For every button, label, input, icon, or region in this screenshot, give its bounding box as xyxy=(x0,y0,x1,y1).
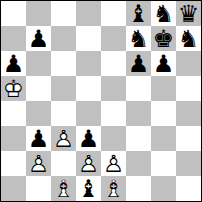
square-g6[interactable]: ♟ xyxy=(151,51,176,76)
square-b2[interactable]: ♟♙ xyxy=(26,151,51,176)
piece-solid: ♟ xyxy=(76,126,101,151)
square-d5[interactable] xyxy=(76,76,101,101)
square-c6[interactable] xyxy=(51,51,76,76)
square-b6[interactable] xyxy=(26,51,51,76)
square-a3[interactable] xyxy=(1,126,26,151)
piece-black-bishop-icon: ♝ xyxy=(126,1,151,26)
square-f6[interactable]: ♟ xyxy=(126,51,151,76)
piece-black-pawn-icon: ♟ xyxy=(26,26,51,51)
piece-solid: ♝ xyxy=(76,176,101,201)
square-a2[interactable] xyxy=(1,151,26,176)
piece-solid: ♞ xyxy=(126,26,151,51)
piece-solid: ♚ xyxy=(151,26,176,51)
square-h4[interactable] xyxy=(176,101,201,126)
square-d6[interactable] xyxy=(76,51,101,76)
square-e7[interactable] xyxy=(101,26,126,51)
piece-white-king-icon: ♚♔ xyxy=(1,76,26,101)
piece-outline: ♙ xyxy=(101,151,126,176)
square-h7[interactable]: ♞ xyxy=(176,26,201,51)
square-f8[interactable]: ♝ xyxy=(126,1,151,26)
square-a7[interactable] xyxy=(1,26,26,51)
square-b8[interactable] xyxy=(26,1,51,26)
square-e2[interactable]: ♟♙ xyxy=(101,151,126,176)
square-c4[interactable] xyxy=(51,101,76,126)
chess-board: ♝♞♛♟♞♚♞♟♟♟♚♔♟♟♙♟♟♙♟♙♟♙♝♗♝♝♗ xyxy=(0,0,202,202)
square-a8[interactable] xyxy=(1,1,26,26)
square-d1[interactable]: ♝ xyxy=(76,176,101,201)
square-e5[interactable] xyxy=(101,76,126,101)
square-g5[interactable] xyxy=(151,76,176,101)
piece-solid: ♝ xyxy=(126,1,151,26)
piece-black-knight-icon: ♞ xyxy=(176,26,201,51)
square-e8[interactable] xyxy=(101,1,126,26)
piece-solid: ♟ xyxy=(26,26,51,51)
piece-black-pawn-icon: ♟ xyxy=(1,51,26,76)
square-f4[interactable] xyxy=(126,101,151,126)
piece-white-pawn-icon: ♟♙ xyxy=(26,151,51,176)
square-b5[interactable] xyxy=(26,76,51,101)
piece-outline: ♙ xyxy=(26,151,51,176)
square-a4[interactable] xyxy=(1,101,26,126)
square-a1[interactable] xyxy=(1,176,26,201)
square-c1[interactable]: ♝♗ xyxy=(51,176,76,201)
piece-white-pawn-icon: ♟♙ xyxy=(101,151,126,176)
square-e4[interactable] xyxy=(101,101,126,126)
square-d7[interactable] xyxy=(76,26,101,51)
square-g7[interactable]: ♚ xyxy=(151,26,176,51)
square-g8[interactable]: ♞ xyxy=(151,1,176,26)
piece-black-king-icon: ♚ xyxy=(151,26,176,51)
piece-outline: ♗ xyxy=(101,176,126,201)
square-h5[interactable] xyxy=(176,76,201,101)
square-h2[interactable] xyxy=(176,151,201,176)
piece-solid: ♞ xyxy=(151,1,176,26)
piece-black-bishop-icon: ♝ xyxy=(76,176,101,201)
piece-outline: ♙ xyxy=(51,126,76,151)
piece-solid: ♟ xyxy=(1,51,26,76)
square-a6[interactable]: ♟ xyxy=(1,51,26,76)
piece-black-knight-icon: ♞ xyxy=(151,1,176,26)
square-f1[interactable] xyxy=(126,176,151,201)
square-c7[interactable] xyxy=(51,26,76,51)
square-h8[interactable]: ♛ xyxy=(176,1,201,26)
square-b1[interactable] xyxy=(26,176,51,201)
piece-outline: ♗ xyxy=(51,176,76,201)
square-h3[interactable] xyxy=(176,126,201,151)
piece-black-pawn-icon: ♟ xyxy=(126,51,151,76)
square-d2[interactable]: ♟♙ xyxy=(76,151,101,176)
piece-black-knight-icon: ♞ xyxy=(126,26,151,51)
square-e6[interactable] xyxy=(101,51,126,76)
square-g2[interactable] xyxy=(151,151,176,176)
square-h6[interactable] xyxy=(176,51,201,76)
piece-white-bishop-icon: ♝♗ xyxy=(101,176,126,201)
square-f2[interactable] xyxy=(126,151,151,176)
square-g4[interactable] xyxy=(151,101,176,126)
square-d4[interactable] xyxy=(76,101,101,126)
square-g1[interactable] xyxy=(151,176,176,201)
piece-solid: ♟ xyxy=(126,51,151,76)
square-d8[interactable] xyxy=(76,1,101,26)
piece-solid: ♟ xyxy=(151,51,176,76)
piece-outline: ♔ xyxy=(1,76,26,101)
piece-solid: ♛ xyxy=(176,1,201,26)
square-h1[interactable] xyxy=(176,176,201,201)
square-a5[interactable]: ♚♔ xyxy=(1,76,26,101)
piece-white-pawn-icon: ♟♙ xyxy=(51,126,76,151)
piece-black-pawn-icon: ♟ xyxy=(151,51,176,76)
piece-white-pawn-icon: ♟♙ xyxy=(76,151,101,176)
square-e3[interactable] xyxy=(101,126,126,151)
square-c2[interactable] xyxy=(51,151,76,176)
piece-black-pawn-icon: ♟ xyxy=(76,126,101,151)
square-c5[interactable] xyxy=(51,76,76,101)
piece-outline: ♙ xyxy=(76,151,101,176)
square-e1[interactable]: ♝♗ xyxy=(101,176,126,201)
square-f3[interactable] xyxy=(126,126,151,151)
square-b7[interactable]: ♟ xyxy=(26,26,51,51)
piece-black-queen-icon: ♛ xyxy=(176,1,201,26)
piece-black-pawn-icon: ♟ xyxy=(26,126,51,151)
square-f5[interactable] xyxy=(126,76,151,101)
square-g3[interactable] xyxy=(151,126,176,151)
square-c3[interactable]: ♟♙ xyxy=(51,126,76,151)
square-b3[interactable]: ♟ xyxy=(26,126,51,151)
piece-solid: ♞ xyxy=(176,26,201,51)
square-f7[interactable]: ♞ xyxy=(126,26,151,51)
square-b4[interactable] xyxy=(26,101,51,126)
square-d3[interactable]: ♟ xyxy=(76,126,101,151)
piece-white-bishop-icon: ♝♗ xyxy=(51,176,76,201)
piece-solid: ♟ xyxy=(26,126,51,151)
square-c8[interactable] xyxy=(51,1,76,26)
